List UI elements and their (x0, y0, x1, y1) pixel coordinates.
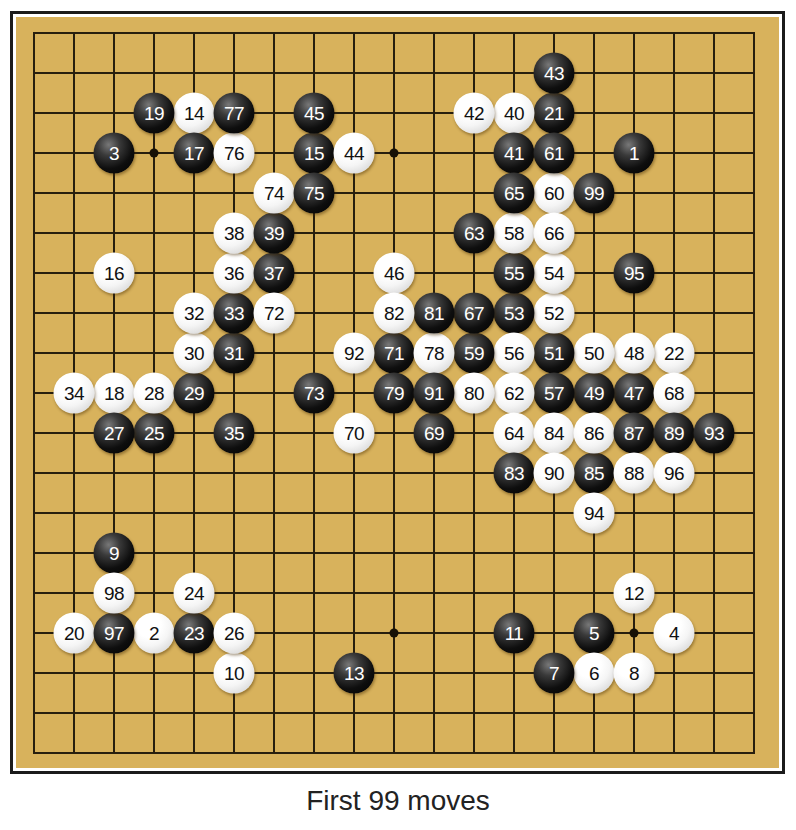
board-cell (675, 554, 715, 594)
board-cell (675, 274, 715, 314)
stone-26-white: 26 (214, 613, 255, 654)
stone-21-black: 21 (534, 93, 575, 134)
board-cell (115, 34, 155, 74)
board-cell (35, 474, 75, 514)
stone-52-white: 52 (534, 293, 575, 334)
stone-87-black: 87 (614, 413, 655, 454)
board-cell (475, 714, 515, 754)
board-cell (395, 154, 435, 194)
stone-89-black: 89 (654, 413, 695, 454)
stone-14-white: 14 (174, 93, 215, 134)
board-cell (715, 194, 755, 234)
stone-98-white: 98 (94, 573, 135, 614)
stone-31-black: 31 (214, 333, 255, 374)
stone-54-white: 54 (534, 253, 575, 294)
stone-4-white: 4 (654, 613, 695, 654)
star-point (150, 149, 159, 158)
board-cell (35, 234, 75, 274)
stone-94-white: 94 (574, 493, 615, 534)
stone-64-white: 64 (494, 413, 535, 454)
star-point (390, 149, 399, 158)
star-point (390, 629, 399, 638)
board-cell (715, 154, 755, 194)
stone-67-black: 67 (454, 293, 495, 334)
board-cell (275, 554, 315, 594)
board-cell (355, 74, 395, 114)
board-cell (595, 34, 635, 74)
board-cell (235, 714, 275, 754)
board-cell (435, 674, 475, 714)
board-cell (635, 514, 675, 554)
board-cell (675, 114, 715, 154)
stone-51-black: 51 (534, 333, 575, 374)
stone-27-black: 27 (94, 413, 135, 454)
board-cell (75, 474, 115, 514)
board-cell (435, 474, 475, 514)
stone-6-white: 6 (574, 653, 615, 694)
board-cell (35, 714, 75, 754)
board-cell (235, 554, 275, 594)
stone-35-black: 35 (214, 413, 255, 454)
stone-38-white: 38 (214, 213, 255, 254)
stone-92-white: 92 (334, 333, 375, 374)
board-cell (395, 194, 435, 234)
stone-56-white: 56 (494, 333, 535, 374)
board-cell (315, 594, 355, 634)
stone-82-white: 82 (374, 293, 415, 334)
board-cell (35, 154, 75, 194)
board-cell (715, 74, 755, 114)
board-cell (35, 194, 75, 234)
board-cell (355, 514, 395, 554)
board-cell (395, 114, 435, 154)
stone-17-black: 17 (174, 133, 215, 174)
stone-3-black: 3 (94, 133, 135, 174)
board-cell (675, 234, 715, 274)
stone-90-white: 90 (534, 453, 575, 494)
stone-72-white: 72 (254, 293, 295, 334)
stone-32-white: 32 (174, 293, 215, 334)
board-cell (155, 194, 195, 234)
board-cell (315, 554, 355, 594)
board-cell (435, 594, 475, 634)
stone-95-black: 95 (614, 253, 655, 294)
stone-86-white: 86 (574, 413, 615, 454)
board-cell (475, 554, 515, 594)
stone-18-white: 18 (94, 373, 135, 414)
stone-59-black: 59 (454, 333, 495, 374)
board-cell (435, 154, 475, 194)
board-cell (435, 714, 475, 754)
board-cell (515, 514, 555, 554)
board-cell (635, 34, 675, 74)
board-cell (275, 434, 315, 474)
board-cell (115, 194, 155, 234)
board-cell (395, 714, 435, 754)
board-cell (155, 674, 195, 714)
board-cell (35, 114, 75, 154)
board-cell (595, 714, 635, 754)
board-cell (715, 274, 755, 314)
stone-84-white: 84 (534, 413, 575, 454)
stone-61-black: 61 (534, 133, 575, 174)
stone-19-black: 19 (134, 93, 175, 134)
board-cell (675, 514, 715, 554)
board-cell (355, 194, 395, 234)
stone-36-white: 36 (214, 253, 255, 294)
board-cell (35, 74, 75, 114)
board-cell (235, 34, 275, 74)
board-cell (35, 34, 75, 74)
board-cell (555, 554, 595, 594)
stone-69-black: 69 (414, 413, 455, 454)
stone-43-black: 43 (534, 53, 575, 94)
stone-34-white: 34 (54, 373, 95, 414)
board-cell (715, 354, 755, 394)
stone-80-white: 80 (454, 373, 495, 414)
stone-47-black: 47 (614, 373, 655, 414)
board-cell (75, 194, 115, 234)
board-cell (355, 34, 395, 74)
board-cell (195, 474, 235, 514)
stone-99-black: 99 (574, 173, 615, 214)
board-cell (115, 674, 155, 714)
stone-79-black: 79 (374, 373, 415, 414)
board-cell (475, 674, 515, 714)
stone-44-white: 44 (334, 133, 375, 174)
stone-77-black: 77 (214, 93, 255, 134)
stone-97-black: 97 (94, 613, 135, 654)
stone-55-black: 55 (494, 253, 535, 294)
stone-40-white: 40 (494, 93, 535, 134)
stone-39-black: 39 (254, 213, 295, 254)
board-cell (315, 474, 355, 514)
board-cell (395, 474, 435, 514)
stone-22-white: 22 (654, 333, 695, 374)
stone-75-black: 75 (294, 173, 335, 214)
stone-37-black: 37 (254, 253, 295, 294)
stone-2-white: 2 (134, 613, 175, 654)
board-cell (715, 514, 755, 554)
star-point (630, 629, 639, 638)
board-cell (195, 514, 235, 554)
board-cell (195, 34, 235, 74)
board-cell (395, 74, 435, 114)
board-cell (355, 474, 395, 514)
board-cell (715, 594, 755, 634)
stone-42-white: 42 (454, 93, 495, 134)
board-cell (675, 74, 715, 114)
stone-23-black: 23 (174, 613, 215, 654)
board-cell (75, 674, 115, 714)
stone-13-black: 13 (334, 653, 375, 694)
board-cell (35, 314, 75, 354)
board-cell (395, 634, 435, 674)
board-cell (275, 34, 315, 74)
board-cell (675, 34, 715, 74)
board-cell (315, 274, 355, 314)
board-cell (315, 514, 355, 554)
board-cell (275, 514, 315, 554)
go-diagram-page: 1234567891011121314151617181920212223242… (0, 0, 796, 830)
stone-68-white: 68 (654, 373, 695, 414)
stone-45-black: 45 (294, 93, 335, 134)
board-cell (595, 74, 635, 114)
board-cell (75, 714, 115, 754)
stone-85-black: 85 (574, 453, 615, 494)
board-cell (675, 194, 715, 234)
caption: First 99 moves (0, 785, 796, 817)
board-cell (395, 554, 435, 594)
stone-16-white: 16 (94, 253, 135, 294)
stone-1-black: 1 (614, 133, 655, 174)
board-cell (275, 474, 315, 514)
stone-50-white: 50 (574, 333, 615, 374)
board-cell (715, 714, 755, 754)
stone-62-white: 62 (494, 373, 535, 414)
board-cell (35, 434, 75, 474)
stone-58-white: 58 (494, 213, 535, 254)
stone-83-black: 83 (494, 453, 535, 494)
stone-63-black: 63 (454, 213, 495, 254)
board-cell (395, 514, 435, 554)
board-cell (35, 274, 75, 314)
goban: 1234567891011121314151617181920212223242… (16, 17, 779, 768)
board-cell (155, 234, 195, 274)
stone-11-black: 11 (494, 613, 535, 654)
stone-74-white: 74 (254, 173, 295, 214)
board-cell (435, 554, 475, 594)
board-cell (435, 514, 475, 554)
board-cell (275, 674, 315, 714)
board-cell (515, 554, 555, 594)
board-cell (435, 634, 475, 674)
stone-71-black: 71 (374, 333, 415, 374)
board-cell (115, 714, 155, 754)
board-cell (235, 514, 275, 554)
board-cell (155, 514, 195, 554)
stone-9-black: 9 (94, 533, 135, 574)
board-cell (395, 34, 435, 74)
board-cell (75, 74, 115, 114)
board-cell (75, 34, 115, 74)
board-cell (235, 474, 275, 514)
stone-5-black: 5 (574, 613, 615, 654)
board-cell (435, 34, 475, 74)
board-cell (115, 474, 155, 514)
board-cell (155, 474, 195, 514)
stone-29-black: 29 (174, 373, 215, 414)
stone-25-black: 25 (134, 413, 175, 454)
board-cell (35, 674, 75, 714)
stone-65-black: 65 (494, 173, 535, 214)
board-cell (715, 234, 755, 274)
board-cell (715, 554, 755, 594)
board-cell (35, 514, 75, 554)
board-cell (355, 554, 395, 594)
stone-78-white: 78 (414, 333, 455, 374)
stone-70-white: 70 (334, 413, 375, 454)
board-cell (115, 314, 155, 354)
board-cell (715, 314, 755, 354)
board-cell (195, 714, 235, 754)
stone-28-white: 28 (134, 373, 175, 414)
board-cell (715, 114, 755, 154)
board-cell (355, 714, 395, 754)
board-cell (315, 34, 355, 74)
board-cell (635, 714, 675, 754)
board-cell (715, 474, 755, 514)
board-cell (155, 714, 195, 754)
stone-66-white: 66 (534, 213, 575, 254)
stone-76-white: 76 (214, 133, 255, 174)
stone-7-black: 7 (534, 653, 575, 694)
board-cell (715, 674, 755, 714)
stone-57-black: 57 (534, 373, 575, 414)
board-cell (275, 594, 315, 634)
board-cell (275, 634, 315, 674)
stone-53-black: 53 (494, 293, 535, 334)
board-cell (355, 594, 395, 634)
stone-41-black: 41 (494, 133, 535, 174)
board-cell (675, 154, 715, 194)
board-cell (475, 34, 515, 74)
stone-12-white: 12 (614, 573, 655, 614)
diagram-frame: 1234567891011121314151617181920212223242… (10, 11, 785, 774)
board-cell (35, 554, 75, 594)
board-cell (475, 514, 515, 554)
board-cell (315, 234, 355, 274)
board-cell (315, 714, 355, 754)
board-cell (275, 714, 315, 754)
board-cell (715, 634, 755, 674)
stone-48-white: 48 (614, 333, 655, 374)
stone-88-white: 88 (614, 453, 655, 494)
board-cell (675, 674, 715, 714)
stone-73-black: 73 (294, 373, 335, 414)
stone-24-white: 24 (174, 573, 215, 614)
board-cell (635, 74, 675, 114)
board-cell (715, 34, 755, 74)
stone-81-black: 81 (414, 293, 455, 334)
stone-60-white: 60 (534, 173, 575, 214)
stone-30-white: 30 (174, 333, 215, 374)
board-cell (515, 714, 555, 754)
stone-10-white: 10 (214, 653, 255, 694)
stone-8-white: 8 (614, 653, 655, 694)
board-cell (155, 34, 195, 74)
board-cell (635, 194, 675, 234)
board-cell (75, 314, 115, 354)
board-cell (395, 594, 435, 634)
stone-33-black: 33 (214, 293, 255, 334)
board-cell (675, 714, 715, 754)
stone-49-black: 49 (574, 373, 615, 414)
stone-46-white: 46 (374, 253, 415, 294)
stone-91-black: 91 (414, 373, 455, 414)
stone-96-white: 96 (654, 453, 695, 494)
stone-15-black: 15 (294, 133, 335, 174)
board-cell (555, 714, 595, 754)
stone-20-white: 20 (54, 613, 95, 654)
board-cell (395, 674, 435, 714)
stone-93-black: 93 (694, 413, 735, 454)
